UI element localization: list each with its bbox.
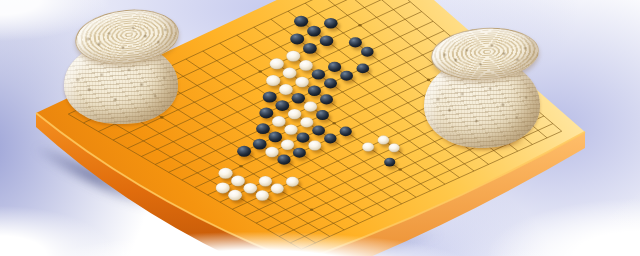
stone-black[interactable] (357, 64, 370, 74)
stone-black[interactable] (253, 139, 267, 150)
stone-black[interactable] (340, 71, 353, 81)
stone-white[interactable] (216, 182, 230, 193)
stone-black[interactable] (259, 108, 273, 119)
stone-black[interactable] (324, 78, 337, 88)
stone-white[interactable] (299, 60, 313, 71)
stone-black[interactable] (320, 35, 334, 46)
stone-black[interactable] (277, 155, 290, 165)
stone-white[interactable] (266, 75, 280, 86)
stone-black[interactable] (312, 126, 325, 136)
stone-white[interactable] (279, 84, 293, 95)
stone-black[interactable] (308, 86, 321, 96)
stone-black[interactable] (269, 132, 283, 143)
stone-white[interactable] (288, 109, 301, 119)
stone-white[interactable] (283, 68, 297, 79)
stone-white[interactable] (271, 184, 284, 194)
stone-black[interactable] (320, 94, 333, 104)
stone-black[interactable] (316, 110, 329, 120)
stone-white[interactable] (362, 142, 374, 151)
stone-black[interactable] (290, 33, 304, 44)
hoshi-point (333, 122, 336, 125)
stone-black[interactable] (256, 123, 270, 134)
stone-white[interactable] (281, 140, 294, 150)
hoshi-point (427, 79, 430, 82)
stone-black[interactable] (324, 18, 338, 29)
stone-black[interactable] (275, 100, 289, 111)
hoshi-point (259, 70, 262, 73)
stone-black[interactable] (297, 133, 310, 143)
stone-white[interactable] (259, 176, 272, 186)
stone-black[interactable] (263, 92, 277, 103)
stone-white[interactable] (304, 102, 317, 112)
stone-white[interactable] (286, 51, 300, 62)
stone-black[interactable] (340, 127, 352, 137)
stone-white[interactable] (272, 116, 286, 127)
go-photo-scene (0, 0, 640, 256)
stone-white[interactable] (219, 168, 233, 179)
stone-black[interactable] (237, 146, 251, 157)
stone-black[interactable] (384, 158, 395, 167)
stone-black[interactable] (349, 37, 362, 47)
stone-black[interactable] (312, 69, 325, 79)
stone-black[interactable] (324, 134, 336, 144)
hoshi-point (239, 165, 242, 168)
stone-white[interactable] (378, 136, 390, 145)
stone-white[interactable] (231, 176, 245, 187)
hoshi-point (399, 168, 402, 171)
stone-black[interactable] (361, 47, 374, 57)
stone-white[interactable] (228, 190, 242, 201)
stone-white[interactable] (244, 183, 258, 194)
hoshi-point (358, 24, 361, 27)
stone-white[interactable] (256, 190, 269, 200)
stone-black[interactable] (292, 93, 305, 104)
stone-black[interactable] (293, 148, 306, 158)
stone-white[interactable] (389, 143, 400, 152)
hoshi-point (310, 209, 313, 212)
stone-black[interactable] (294, 16, 308, 27)
stone-white[interactable] (284, 124, 297, 134)
stone-white[interactable] (265, 147, 278, 157)
stone-white[interactable] (295, 77, 309, 88)
stone-white[interactable] (308, 141, 321, 151)
stone-white[interactable] (286, 177, 299, 187)
stone-white[interactable] (270, 58, 284, 69)
stone-black[interactable] (328, 62, 341, 72)
stone-black[interactable] (303, 43, 317, 54)
stone-black[interactable] (307, 26, 321, 37)
stone-white[interactable] (300, 117, 313, 127)
